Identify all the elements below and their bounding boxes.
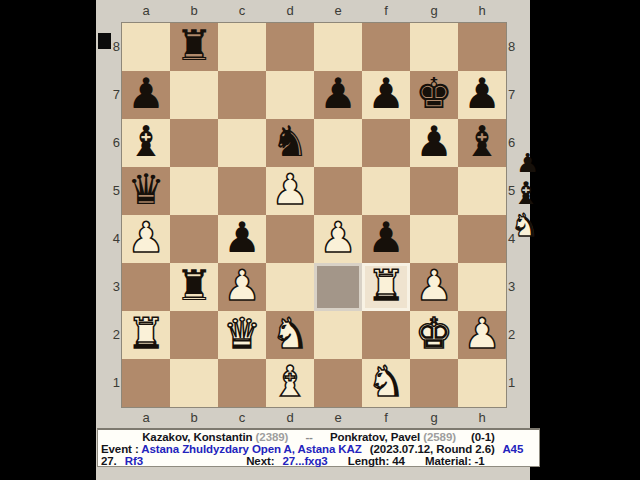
square-a8[interactable] bbox=[122, 23, 170, 71]
square-e1[interactable] bbox=[314, 359, 362, 407]
file-label-d: d bbox=[266, 0, 314, 22]
square-b4[interactable] bbox=[170, 215, 218, 263]
captured-black-pawn-icon: ♟ bbox=[511, 150, 551, 177]
square-c1[interactable] bbox=[218, 359, 266, 407]
white-pawn-piece: ♟ bbox=[410, 262, 458, 310]
file-label-g: g bbox=[410, 0, 458, 22]
file-label-a: a bbox=[122, 407, 170, 429]
chess-board: ♜♟♟♟♚♟♝♞♟♝♛♟♟♟♟♟♜♟♜♟♜♛♞♚♟♝♞ bbox=[121, 22, 507, 408]
black-king-piece: ♚ bbox=[410, 70, 458, 118]
square-e5[interactable] bbox=[314, 167, 362, 215]
white-pawn-piece: ♟ bbox=[266, 166, 314, 214]
file-label-b: b bbox=[170, 0, 218, 22]
black-pawn-piece: ♟ bbox=[218, 214, 266, 262]
square-a4[interactable]: ♟ bbox=[122, 215, 170, 263]
file-label-c: c bbox=[218, 407, 266, 429]
square-d2[interactable]: ♞ bbox=[266, 311, 314, 359]
square-a6[interactable]: ♝ bbox=[122, 119, 170, 167]
square-g3[interactable]: ♟ bbox=[410, 263, 458, 311]
square-h2[interactable]: ♟ bbox=[458, 311, 506, 359]
players-line: Kazakov, Konstantin (2389) -- Ponkratov,… bbox=[98, 431, 539, 443]
square-c3[interactable]: ♟ bbox=[218, 263, 266, 311]
black-pawn-piece: ♟ bbox=[362, 214, 410, 262]
black-pawn-piece: ♟ bbox=[314, 70, 362, 118]
black-pawn-piece: ♟ bbox=[458, 70, 506, 118]
game-result: (0-1) bbox=[471, 431, 495, 443]
file-label-e: e bbox=[314, 407, 362, 429]
black-knight-piece: ♞ bbox=[266, 118, 314, 166]
square-c2[interactable]: ♛ bbox=[218, 311, 266, 359]
players-separator: -- bbox=[305, 431, 312, 443]
file-label-h: h bbox=[458, 407, 506, 429]
square-h8[interactable] bbox=[458, 23, 506, 71]
square-a2[interactable]: ♜ bbox=[122, 311, 170, 359]
rank-label-8: 8 bbox=[508, 23, 528, 71]
file-label-a: a bbox=[122, 0, 170, 22]
square-c6[interactable] bbox=[218, 119, 266, 167]
black-bishop-piece: ♝ bbox=[122, 118, 170, 166]
move-number: 27. bbox=[101, 455, 117, 467]
white-bishop-piece: ♝ bbox=[266, 358, 314, 406]
file-label-d: d bbox=[266, 407, 314, 429]
file-label-f: f bbox=[362, 0, 410, 22]
black-rook-piece: ♜ bbox=[170, 22, 218, 70]
black-to-move-indicator bbox=[98, 33, 111, 49]
square-e3[interactable] bbox=[314, 263, 362, 311]
white-player-name: Kazakov, Konstantin bbox=[142, 431, 252, 443]
square-b6[interactable] bbox=[170, 119, 218, 167]
file-label-b: b bbox=[170, 407, 218, 429]
square-a3[interactable] bbox=[122, 263, 170, 311]
square-f8[interactable] bbox=[362, 23, 410, 71]
square-d1[interactable]: ♝ bbox=[266, 359, 314, 407]
white-player-rating: (2389) bbox=[256, 431, 289, 443]
chess-gui-panel: abcdefgh abcdefgh 87654321 87654321 ♜♟♟♟… bbox=[96, 0, 530, 480]
square-f4[interactable]: ♟ bbox=[362, 215, 410, 263]
square-b1[interactable] bbox=[170, 359, 218, 407]
white-rook-piece: ♜ bbox=[362, 262, 410, 310]
event-details: (2023.07.12, Round 2.6) bbox=[370, 443, 495, 455]
material-label: Material: bbox=[425, 455, 471, 467]
square-b7[interactable] bbox=[170, 71, 218, 119]
square-e8[interactable] bbox=[314, 23, 362, 71]
square-g1[interactable] bbox=[410, 359, 458, 407]
rank-label-1: 1 bbox=[100, 359, 120, 407]
square-e7[interactable]: ♟ bbox=[314, 71, 362, 119]
square-e4[interactable]: ♟ bbox=[314, 215, 362, 263]
square-f5[interactable] bbox=[362, 167, 410, 215]
event-line: Event : Astana Zhuldyzdary Open A, Astan… bbox=[101, 443, 539, 455]
file-labels-top: abcdefgh bbox=[122, 0, 506, 22]
square-c7[interactable] bbox=[218, 71, 266, 119]
square-d3[interactable] bbox=[266, 263, 314, 311]
captured-black-bishop-icon: ♝ bbox=[511, 177, 551, 209]
square-h5[interactable] bbox=[458, 167, 506, 215]
black-pawn-piece: ♟ bbox=[410, 118, 458, 166]
rank-label-2: 2 bbox=[100, 311, 120, 359]
square-f7[interactable]: ♟ bbox=[362, 71, 410, 119]
square-g7[interactable]: ♚ bbox=[410, 71, 458, 119]
rank-label-7: 7 bbox=[508, 71, 528, 119]
file-label-h: h bbox=[458, 0, 506, 22]
square-a7[interactable]: ♟ bbox=[122, 71, 170, 119]
square-f3[interactable]: ♜ bbox=[362, 263, 410, 311]
file-label-e: e bbox=[314, 0, 362, 22]
rank-label-3: 3 bbox=[508, 263, 528, 311]
white-pawn-piece: ♟ bbox=[458, 310, 506, 358]
white-queen-piece: ♛ bbox=[218, 310, 266, 358]
square-c8[interactable] bbox=[218, 23, 266, 71]
square-c5[interactable] bbox=[218, 167, 266, 215]
white-pawn-piece: ♟ bbox=[122, 214, 170, 262]
square-b5[interactable] bbox=[170, 167, 218, 215]
square-h7[interactable]: ♟ bbox=[458, 71, 506, 119]
white-rook-piece: ♜ bbox=[122, 310, 170, 358]
file-label-c: c bbox=[218, 0, 266, 22]
square-f1[interactable]: ♞ bbox=[362, 359, 410, 407]
square-h1[interactable] bbox=[458, 359, 506, 407]
square-h4[interactable] bbox=[458, 215, 506, 263]
white-knight-piece: ♞ bbox=[362, 358, 410, 406]
square-g6[interactable]: ♟ bbox=[410, 119, 458, 167]
length-label: Length: bbox=[348, 455, 389, 467]
black-queen-piece: ♛ bbox=[122, 166, 170, 214]
square-f2[interactable] bbox=[362, 311, 410, 359]
material-imbalance-tray: ♟♝♞ bbox=[511, 150, 551, 242]
square-b3[interactable]: ♜ bbox=[170, 263, 218, 311]
white-pawn-piece: ♟ bbox=[218, 262, 266, 310]
rank-label-7: 7 bbox=[100, 71, 120, 119]
black-rook-piece: ♜ bbox=[170, 262, 218, 310]
black-player-name: Ponkratov, Pavel bbox=[330, 431, 420, 443]
square-d8[interactable] bbox=[266, 23, 314, 71]
square-d4[interactable] bbox=[266, 215, 314, 263]
square-b2[interactable] bbox=[170, 311, 218, 359]
video-frame: abcdefgh abcdefgh 87654321 87654321 ♜♟♟♟… bbox=[0, 0, 640, 480]
material-value: -1 bbox=[475, 455, 485, 467]
white-knight-piece: ♞ bbox=[266, 310, 314, 358]
rank-label-5: 5 bbox=[100, 167, 120, 215]
next-move: 27...fxg3 bbox=[283, 455, 328, 467]
square-h3[interactable] bbox=[458, 263, 506, 311]
square-d6[interactable]: ♞ bbox=[266, 119, 314, 167]
black-player-rating: (2589) bbox=[423, 431, 456, 443]
black-pawn-piece: ♟ bbox=[122, 70, 170, 118]
next-label: Next: bbox=[246, 455, 274, 467]
square-g8[interactable] bbox=[410, 23, 458, 71]
game-info-panel: Kazakov, Konstantin (2389) -- Ponkratov,… bbox=[97, 428, 540, 467]
move-line: 27. Rf3 Next: 27...fxg3 Length: 44 Mater… bbox=[101, 455, 539, 467]
black-pawn-piece: ♟ bbox=[362, 70, 410, 118]
square-f6[interactable] bbox=[362, 119, 410, 167]
white-pawn-piece: ♟ bbox=[314, 214, 362, 262]
square-g2[interactable]: ♚ bbox=[410, 311, 458, 359]
square-d5[interactable]: ♟ bbox=[266, 167, 314, 215]
eco-code: A45 bbox=[502, 443, 523, 455]
square-g5[interactable] bbox=[410, 167, 458, 215]
event-label: Event : bbox=[101, 443, 139, 455]
rank-label-1: 1 bbox=[508, 359, 528, 407]
file-label-g: g bbox=[410, 407, 458, 429]
square-e2[interactable] bbox=[314, 311, 362, 359]
length-value: 44 bbox=[392, 455, 405, 467]
square-a1[interactable] bbox=[122, 359, 170, 407]
square-a5[interactable]: ♛ bbox=[122, 167, 170, 215]
file-label-f: f bbox=[362, 407, 410, 429]
captured-white-knight-icon: ♞ bbox=[511, 209, 551, 241]
square-e6[interactable] bbox=[314, 119, 362, 167]
white-king-piece: ♚ bbox=[410, 310, 458, 358]
rank-label-4: 4 bbox=[100, 215, 120, 263]
file-labels-bottom: abcdefgh bbox=[122, 407, 506, 429]
event-name: Astana Zhuldyzdary Open A, Astana KAZ bbox=[141, 443, 361, 455]
square-g4[interactable] bbox=[410, 215, 458, 263]
black-bishop-piece: ♝ bbox=[458, 118, 506, 166]
last-move: Rf3 bbox=[125, 455, 143, 467]
square-d7[interactable] bbox=[266, 71, 314, 119]
square-h6[interactable]: ♝ bbox=[458, 119, 506, 167]
square-c4[interactable]: ♟ bbox=[218, 215, 266, 263]
rank-label-6: 6 bbox=[100, 119, 120, 167]
rank-label-3: 3 bbox=[100, 263, 120, 311]
rank-labels-left: 87654321 bbox=[100, 23, 120, 407]
square-b8[interactable]: ♜ bbox=[170, 23, 218, 71]
rank-label-2: 2 bbox=[508, 311, 528, 359]
